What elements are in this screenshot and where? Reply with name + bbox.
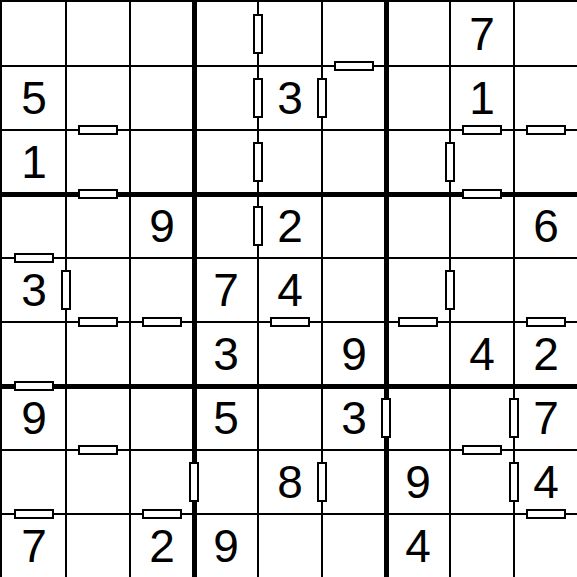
cell-r4c6[interactable]: [322, 194, 386, 258]
cell-r6c8[interactable]: 4: [450, 322, 514, 386]
cell-r6c1[interactable]: [2, 322, 66, 386]
cell-r8c5[interactable]: 8: [258, 450, 322, 514]
cell-r4c2[interactable]: [66, 194, 130, 258]
cell-r6c3[interactable]: [130, 322, 194, 386]
cell-r5c2[interactable]: [66, 258, 130, 322]
cell-r2c7[interactable]: [386, 66, 450, 130]
cell-r6c4[interactable]: 3: [194, 322, 258, 386]
cell-r1c4[interactable]: [194, 2, 258, 66]
cell-r2c8[interactable]: 1: [450, 66, 514, 130]
cell-r3c9[interactable]: [514, 130, 577, 194]
cell-r2c1[interactable]: 5: [2, 66, 66, 130]
cell-r2c9[interactable]: [514, 66, 577, 130]
cell-r8c6[interactable]: [322, 450, 386, 514]
cell-r8c3[interactable]: [130, 450, 194, 514]
cell-r1c1[interactable]: [2, 2, 66, 66]
cell-r8c2[interactable]: [66, 450, 130, 514]
cell-r5c9[interactable]: [514, 258, 577, 322]
cell-r5c3[interactable]: [130, 258, 194, 322]
cell-r9c8[interactable]: [450, 514, 514, 577]
cell-r4c4[interactable]: [194, 194, 258, 258]
cell-r8c9[interactable]: 4: [514, 450, 577, 514]
cell-r1c7[interactable]: [386, 2, 450, 66]
cell-r5c4[interactable]: 7: [194, 258, 258, 322]
cell-r7c2[interactable]: [66, 386, 130, 450]
cell-r3c2[interactable]: [66, 130, 130, 194]
cell-r8c7[interactable]: 9: [386, 450, 450, 514]
cell-r7c4[interactable]: 5: [194, 386, 258, 450]
cell-r4c9[interactable]: 6: [514, 194, 577, 258]
cell-r1c9[interactable]: [514, 2, 577, 66]
cell-r3c8[interactable]: [450, 130, 514, 194]
cell-r8c4[interactable]: [194, 450, 258, 514]
cell-r1c5[interactable]: [258, 2, 322, 66]
cell-r4c1[interactable]: [2, 194, 66, 258]
cell-r7c8[interactable]: [450, 386, 514, 450]
cell-r4c5[interactable]: 2: [258, 194, 322, 258]
cell-r3c6[interactable]: [322, 130, 386, 194]
cell-r9c6[interactable]: [322, 514, 386, 577]
cell-r1c2[interactable]: [66, 2, 130, 66]
cell-r2c2[interactable]: [66, 66, 130, 130]
cell-r2c3[interactable]: [130, 66, 194, 130]
cell-r7c7[interactable]: [386, 386, 450, 450]
cell-r9c3[interactable]: 2: [130, 514, 194, 577]
cell-r8c8[interactable]: [450, 450, 514, 514]
cell-r9c1[interactable]: 7: [2, 514, 66, 577]
cell-r1c8[interactable]: 7: [450, 2, 514, 66]
cell-r3c4[interactable]: [194, 130, 258, 194]
cell-r4c3[interactable]: 9: [130, 194, 194, 258]
cell-r2c4[interactable]: [194, 66, 258, 130]
cell-r1c6[interactable]: [322, 2, 386, 66]
cell-r1c3[interactable]: [130, 2, 194, 66]
cell-r5c8[interactable]: [450, 258, 514, 322]
cell-r9c9[interactable]: [514, 514, 577, 577]
cell-r9c7[interactable]: 4: [386, 514, 450, 577]
cell-r6c9[interactable]: 2: [514, 322, 577, 386]
cell-r3c3[interactable]: [130, 130, 194, 194]
cell-r3c7[interactable]: [386, 130, 450, 194]
sudoku-board: 75311926374394295378947294: [0, 0, 577, 577]
cell-r7c6[interactable]: 3: [322, 386, 386, 450]
cell-r7c9[interactable]: 7: [514, 386, 577, 450]
cell-r4c7[interactable]: [386, 194, 450, 258]
cell-r6c2[interactable]: [66, 322, 130, 386]
cell-r4c8[interactable]: [450, 194, 514, 258]
cell-r5c1[interactable]: 3: [2, 258, 66, 322]
cell-r8c1[interactable]: [2, 450, 66, 514]
cell-r9c2[interactable]: [66, 514, 130, 577]
cell-r6c7[interactable]: [386, 322, 450, 386]
cell-r5c7[interactable]: [386, 258, 450, 322]
cell-r2c5[interactable]: 3: [258, 66, 322, 130]
cell-r6c5[interactable]: [258, 322, 322, 386]
cell-r7c5[interactable]: [258, 386, 322, 450]
cell-r5c5[interactable]: 4: [258, 258, 322, 322]
cell-r7c1[interactable]: 9: [2, 386, 66, 450]
cell-r9c4[interactable]: 9: [194, 514, 258, 577]
cell-r2c6[interactable]: [322, 66, 386, 130]
cell-r9c5[interactable]: [258, 514, 322, 577]
cell-r7c3[interactable]: [130, 386, 194, 450]
cell-r6c6[interactable]: 9: [322, 322, 386, 386]
cell-r3c1[interactable]: 1: [2, 130, 66, 194]
cell-r5c6[interactable]: [322, 258, 386, 322]
cell-r3c5[interactable]: [258, 130, 322, 194]
